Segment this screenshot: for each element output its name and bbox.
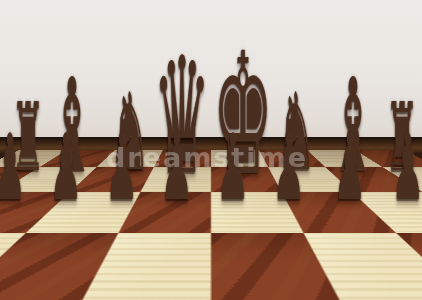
background-wall <box>0 0 422 150</box>
square-d8[interactable] <box>154 150 211 167</box>
chess-photo-scene: ♜♝♞♛♚♞♝♜♟♟♟♟♟♟♟♟ dreamstime <box>0 0 422 300</box>
square-d7[interactable] <box>140 167 211 192</box>
